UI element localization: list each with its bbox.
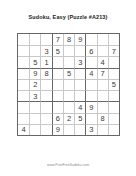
sudoku-cell-r9c3 [40, 124, 51, 135]
sudoku-cell-r1c7 [85, 34, 96, 45]
sudoku-cell-r4c5: 5 [63, 68, 74, 79]
sudoku-cell-r7c2 [29, 101, 40, 112]
sudoku-cell-r2c8 [97, 45, 108, 56]
sudoku-cell-r1c5: 8 [63, 34, 74, 45]
sudoku-cell-r5c6 [74, 79, 85, 90]
sudoku-cell-r5c3 [40, 79, 51, 90]
sudoku-page: Sudoku, Easy (Puzzle #A213) 789356751349… [0, 0, 136, 176]
sudoku-cell-r9c2 [29, 124, 40, 135]
sudoku-cell-r2c3: 3 [40, 45, 51, 56]
sudoku-cell-r7c4 [52, 101, 63, 112]
sudoku-cell-r9c5 [63, 124, 74, 135]
sudoku-cell-r3c8: 4 [97, 56, 108, 67]
sudoku-cell-r4c7: 4 [85, 68, 96, 79]
sudoku-cell-r1c3 [40, 34, 51, 45]
sudoku-cell-r8c2 [29, 113, 40, 124]
footer-url: www.PrintFreeSudoku.com [0, 163, 136, 167]
sudoku-cell-r4c3: 8 [40, 68, 51, 79]
sudoku-cell-r3c2: 5 [29, 56, 40, 67]
sudoku-board: 7893567513498547253496258493 [17, 33, 120, 136]
sudoku-cell-r8c6: 5 [74, 113, 85, 124]
sudoku-cell-r5c2: 2 [29, 79, 40, 90]
sudoku-cell-r7c1 [18, 101, 29, 112]
sudoku-cell-r9c8 [97, 124, 108, 135]
sudoku-cell-r7c7: 9 [85, 101, 96, 112]
sudoku-cell-r8c9 [108, 113, 119, 124]
sudoku-cell-r5c5 [63, 79, 74, 90]
sudoku-cell-r6c9 [108, 90, 119, 101]
sudoku-cell-r5c4 [52, 79, 63, 90]
sudoku-cell-r3c4 [52, 56, 63, 67]
sudoku-cell-r8c3 [40, 113, 51, 124]
sudoku-cell-r6c3 [40, 90, 51, 101]
sudoku-cell-r6c2: 3 [29, 90, 40, 101]
sudoku-cell-r4c9 [108, 68, 119, 79]
sudoku-cell-r6c1 [18, 90, 29, 101]
sudoku-cell-r2c2 [29, 45, 40, 56]
sudoku-cell-r6c8 [97, 90, 108, 101]
sudoku-cell-r5c7 [85, 79, 96, 90]
sudoku-cell-r4c2: 9 [29, 68, 40, 79]
sudoku-cell-r1c4: 7 [52, 34, 63, 45]
page-title: Sudoku, Easy (Puzzle #A213) [0, 14, 136, 20]
sudoku-cell-r2c5 [63, 45, 74, 56]
sudoku-cell-r3c5 [63, 56, 74, 67]
sudoku-cell-r7c3 [40, 101, 51, 112]
sudoku-cell-r8c8: 8 [97, 113, 108, 124]
sudoku-cell-r7c8 [97, 101, 108, 112]
sudoku-cell-r4c6 [74, 68, 85, 79]
sudoku-cell-r6c4 [52, 90, 63, 101]
sudoku-cell-r4c8: 7 [97, 68, 108, 79]
sudoku-cell-r5c9: 5 [108, 79, 119, 90]
sudoku-cell-r8c1 [18, 113, 29, 124]
sudoku-cell-r7c9 [108, 101, 119, 112]
sudoku-cell-r3c9 [108, 56, 119, 67]
sudoku-cell-r2c4: 5 [52, 45, 63, 56]
sudoku-cell-r1c1 [18, 34, 29, 45]
sudoku-cell-r9c6 [74, 124, 85, 135]
sudoku-cell-r5c1 [18, 79, 29, 90]
sudoku-cell-r9c7: 3 [85, 124, 96, 135]
sudoku-cell-r9c1: 4 [18, 124, 29, 135]
sudoku-cell-r3c1 [18, 56, 29, 67]
sudoku-cell-r9c4: 9 [52, 124, 63, 135]
sudoku-cell-r2c7: 6 [85, 45, 96, 56]
sudoku-cell-r1c2 [29, 34, 40, 45]
sudoku-cell-r4c4 [52, 68, 63, 79]
sudoku-cell-r8c7 [85, 113, 96, 124]
sudoku-cell-r5c8 [97, 79, 108, 90]
sudoku-cell-r9c9 [108, 124, 119, 135]
sudoku-cell-r2c6 [74, 45, 85, 56]
sudoku-cell-r3c3: 1 [40, 56, 51, 67]
sudoku-cell-r8c4: 6 [52, 113, 63, 124]
sudoku-cell-r8c5: 2 [63, 113, 74, 124]
sudoku-cell-r1c6: 9 [74, 34, 85, 45]
sudoku-cell-r3c6: 3 [74, 56, 85, 67]
sudoku-cell-r1c9 [108, 34, 119, 45]
sudoku-cell-r1c8 [97, 34, 108, 45]
sudoku-cell-r2c9: 7 [108, 45, 119, 56]
sudoku-cell-r2c1 [18, 45, 29, 56]
sudoku-cell-r6c6 [74, 90, 85, 101]
sudoku-cell-r4c1 [18, 68, 29, 79]
sudoku-cell-r7c5 [63, 101, 74, 112]
sudoku-cell-r7c6: 4 [74, 101, 85, 112]
sudoku-cell-r6c5 [63, 90, 74, 101]
sudoku-cell-r6c7 [85, 90, 96, 101]
sudoku-cell-r3c7 [85, 56, 96, 67]
